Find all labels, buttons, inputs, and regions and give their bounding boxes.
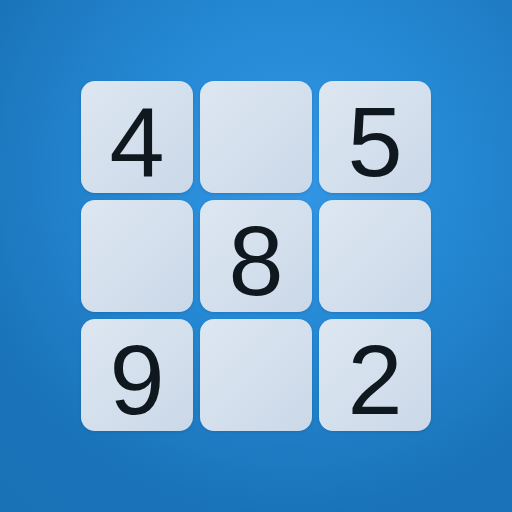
cell-value: 8 [228,211,283,310]
cell-value: 2 [347,330,402,429]
cell-r2c2[interactable]: 8 [200,200,312,312]
cell-r1c2[interactable] [200,81,312,193]
cell-value: 9 [109,330,164,429]
cell-r3c3[interactable]: 2 [319,319,431,431]
cell-r1c3[interactable]: 5 [319,81,431,193]
cell-r2c1[interactable] [81,200,193,312]
cell-r1c1[interactable]: 4 [81,81,193,193]
cell-r3c2[interactable] [200,319,312,431]
cell-r3c1[interactable]: 9 [81,319,193,431]
cell-value: 5 [347,92,402,191]
cell-value: 4 [109,92,164,191]
cell-r2c3[interactable] [319,200,431,312]
sudoku-board: 4 5 8 9 2 [81,81,431,431]
